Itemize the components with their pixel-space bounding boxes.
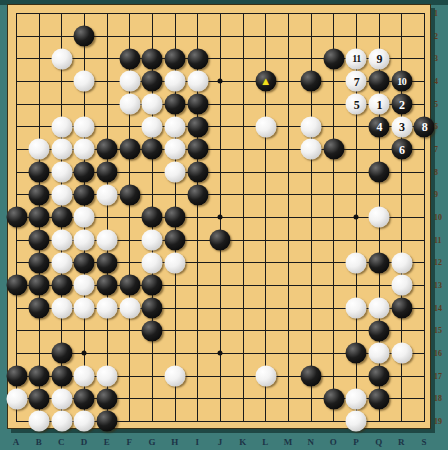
row-label: 12: [434, 258, 442, 267]
board-stone[interactable]: [369, 71, 390, 92]
board-stone[interactable]: [74, 162, 95, 183]
board-stone[interactable]: [51, 343, 72, 364]
board-stone[interactable]: [369, 207, 390, 228]
board-stone[interactable]: [346, 252, 367, 273]
board-stone[interactable]: 3: [391, 116, 412, 137]
board-stone[interactable]: 1: [369, 94, 390, 115]
board-stone[interactable]: [51, 184, 72, 205]
board-stone[interactable]: [51, 411, 72, 432]
board-stone[interactable]: [323, 139, 344, 160]
board-stone[interactable]: [346, 343, 367, 364]
board-stone[interactable]: [74, 275, 95, 296]
board-stone[interactable]: [51, 139, 72, 160]
column-label: C: [58, 437, 65, 447]
grid-line-vertical: [243, 13, 244, 422]
board-stone[interactable]: [97, 366, 118, 387]
go-diagram-screen: 119▲7105124386 ABCDEFGHIJKLMNOPQRS123456…: [0, 0, 448, 450]
column-label: D: [81, 437, 88, 447]
stone-number: 9: [376, 53, 382, 65]
board-stone[interactable]: [97, 298, 118, 319]
board-stone[interactable]: [301, 71, 322, 92]
board-stone[interactable]: [165, 252, 186, 273]
row-label: 7: [434, 144, 438, 153]
board-stone[interactable]: [391, 252, 412, 273]
board-stone[interactable]: 6: [391, 139, 412, 160]
grid-line-vertical: [424, 13, 425, 422]
board-stone[interactable]: [165, 207, 186, 228]
board-stone[interactable]: [119, 184, 140, 205]
column-label: I: [196, 437, 200, 447]
column-label: S: [421, 437, 426, 447]
board-stone[interactable]: [74, 388, 95, 409]
column-label: O: [330, 437, 337, 447]
board-stone[interactable]: [187, 184, 208, 205]
stone-number: 4: [376, 121, 382, 133]
board-stone[interactable]: 10: [391, 71, 412, 92]
row-label: 17: [434, 371, 442, 380]
board-stone[interactable]: [165, 162, 186, 183]
board-stone[interactable]: [142, 275, 163, 296]
board-stone[interactable]: [74, 230, 95, 251]
row-label: 16: [434, 348, 442, 357]
board-stone[interactable]: [142, 252, 163, 273]
row-label: 13: [434, 280, 442, 289]
column-label: N: [307, 437, 314, 447]
row-label: 14: [434, 303, 442, 312]
stone-number: 1: [376, 98, 382, 110]
row-label: 6: [434, 122, 438, 131]
board-stone[interactable]: [165, 230, 186, 251]
board-stone[interactable]: [165, 366, 186, 387]
board-stone[interactable]: [165, 116, 186, 137]
column-label: L: [262, 437, 268, 447]
go-board[interactable]: 119▲7105124386: [7, 4, 431, 429]
board-stone[interactable]: [6, 275, 27, 296]
column-label: J: [218, 437, 223, 447]
board-stone[interactable]: ▲: [255, 71, 276, 92]
board-stone[interactable]: [142, 207, 163, 228]
grid-line-vertical: [333, 13, 334, 422]
board-stone[interactable]: [97, 162, 118, 183]
board-stone[interactable]: 7: [346, 71, 367, 92]
board-stone[interactable]: 5: [346, 94, 367, 115]
row-label: 15: [434, 326, 442, 335]
board-stone[interactable]: [142, 94, 163, 115]
column-label: F: [127, 437, 133, 447]
board-stone[interactable]: [29, 139, 50, 160]
board-stone[interactable]: 11: [346, 48, 367, 69]
board-stone[interactable]: [29, 411, 50, 432]
board-stone[interactable]: [51, 388, 72, 409]
board-stone[interactable]: [142, 320, 163, 341]
board-stone[interactable]: [187, 116, 208, 137]
board-stone[interactable]: [74, 71, 95, 92]
board-stone[interactable]: [29, 207, 50, 228]
grid-line-horizontal: [16, 330, 425, 331]
board-stone[interactable]: [165, 139, 186, 160]
column-label: Q: [375, 437, 382, 447]
board-stone[interactable]: [187, 48, 208, 69]
stone-number: 11: [352, 54, 360, 64]
stone-number: 6: [399, 143, 405, 155]
board-stone[interactable]: [165, 94, 186, 115]
stone-number: 7: [354, 75, 360, 87]
board-stone[interactable]: [187, 139, 208, 160]
board-stone[interactable]: [97, 184, 118, 205]
board-stone[interactable]: [74, 411, 95, 432]
board-stone[interactable]: [119, 139, 140, 160]
board-stone[interactable]: [391, 275, 412, 296]
board-stone[interactable]: [74, 139, 95, 160]
board-stone[interactable]: [6, 388, 27, 409]
grid-line-vertical: [288, 13, 289, 422]
board-stone[interactable]: [391, 298, 412, 319]
row-label: 3: [434, 54, 438, 63]
board-stone[interactable]: [255, 366, 276, 387]
column-label: M: [284, 437, 293, 447]
star-point: [354, 215, 359, 220]
stone-number: 2: [399, 98, 405, 110]
board-stone[interactable]: [97, 139, 118, 160]
board-stone[interactable]: [301, 139, 322, 160]
board-stone[interactable]: [346, 411, 367, 432]
board-stone[interactable]: [165, 71, 186, 92]
board-stone[interactable]: [29, 252, 50, 273]
board-stone[interactable]: [369, 366, 390, 387]
board-stone[interactable]: [119, 275, 140, 296]
stone-number: 5: [354, 98, 360, 110]
star-point: [218, 215, 223, 220]
row-label: 19: [434, 416, 442, 425]
stone-number: 8: [422, 121, 428, 133]
board-stone[interactable]: [97, 252, 118, 273]
row-label: 9: [434, 190, 438, 199]
board-stone[interactable]: [119, 94, 140, 115]
star-point: [218, 351, 223, 356]
column-label: B: [36, 437, 42, 447]
row-label: 8: [434, 167, 438, 176]
board-stone[interactable]: [51, 207, 72, 228]
board-stone[interactable]: [51, 230, 72, 251]
row-label: 11: [434, 235, 442, 244]
board-stone[interactable]: [142, 116, 163, 137]
board-stone[interactable]: [29, 366, 50, 387]
board-stone[interactable]: [74, 207, 95, 228]
board-stone[interactable]: [74, 252, 95, 273]
row-label: 18: [434, 394, 442, 403]
board-stone[interactable]: [74, 116, 95, 137]
board-stone[interactable]: [369, 320, 390, 341]
board-stone[interactable]: [369, 252, 390, 273]
board-stone[interactable]: [51, 48, 72, 69]
stone-number: 10: [397, 76, 406, 86]
board-stone[interactable]: [142, 139, 163, 160]
row-label: 2: [434, 31, 438, 40]
board-stone[interactable]: [187, 94, 208, 115]
board-stone[interactable]: [255, 116, 276, 137]
board-stone[interactable]: [29, 388, 50, 409]
board-stone[interactable]: [97, 411, 118, 432]
board-stone[interactable]: [142, 71, 163, 92]
board-stone[interactable]: [323, 388, 344, 409]
board-stone[interactable]: [119, 298, 140, 319]
column-label: H: [171, 437, 178, 447]
board-stone[interactable]: 4: [369, 116, 390, 137]
row-label: 4: [434, 76, 438, 85]
column-label: A: [13, 437, 20, 447]
board-stone[interactable]: [97, 388, 118, 409]
board-stone[interactable]: [29, 184, 50, 205]
board-stone[interactable]: [346, 298, 367, 319]
board-stone[interactable]: [119, 48, 140, 69]
board-stone[interactable]: [119, 71, 140, 92]
board-stone[interactable]: [165, 48, 186, 69]
board-stone[interactable]: [369, 162, 390, 183]
stone-number: 3: [399, 121, 405, 133]
board-stone[interactable]: [51, 298, 72, 319]
board-stone[interactable]: [301, 116, 322, 137]
board-stone[interactable]: [97, 230, 118, 251]
board-stone[interactable]: [29, 275, 50, 296]
board-stone[interactable]: 2: [391, 94, 412, 115]
board-stone[interactable]: [210, 230, 231, 251]
board-stone[interactable]: [187, 71, 208, 92]
board-stone[interactable]: [369, 343, 390, 364]
row-label: 1: [434, 9, 438, 18]
star-point: [82, 351, 87, 356]
board-stone[interactable]: [51, 162, 72, 183]
board-stone[interactable]: [301, 366, 322, 387]
board-stone[interactable]: [51, 366, 72, 387]
board-stone[interactable]: [187, 162, 208, 183]
board-stone[interactable]: [74, 298, 95, 319]
board-stone[interactable]: [29, 162, 50, 183]
board-stone[interactable]: 8: [414, 116, 435, 137]
board-stone[interactable]: [6, 207, 27, 228]
board-stone[interactable]: [142, 230, 163, 251]
board-stone[interactable]: [323, 48, 344, 69]
board-stone[interactable]: [51, 252, 72, 273]
board-stone[interactable]: [369, 388, 390, 409]
column-label: P: [353, 437, 359, 447]
column-label: K: [239, 437, 246, 447]
board-stone[interactable]: [51, 275, 72, 296]
board-stone[interactable]: [74, 184, 95, 205]
column-label: R: [398, 437, 405, 447]
column-label: G: [148, 437, 155, 447]
row-label: 5: [434, 99, 438, 108]
row-label: 10: [434, 212, 442, 221]
board-stone[interactable]: [142, 298, 163, 319]
column-label: E: [104, 437, 110, 447]
board-stone[interactable]: [346, 388, 367, 409]
board-stone[interactable]: [391, 343, 412, 364]
board-stone[interactable]: [51, 116, 72, 137]
star-point: [218, 79, 223, 84]
board-stone[interactable]: [29, 230, 50, 251]
board-stone[interactable]: [369, 298, 390, 319]
board-stone[interactable]: [6, 366, 27, 387]
board-stone[interactable]: 9: [369, 48, 390, 69]
board-stone[interactable]: [29, 298, 50, 319]
board-stone[interactable]: [142, 48, 163, 69]
board-stone[interactable]: [74, 26, 95, 47]
board-stone[interactable]: [97, 275, 118, 296]
triangle-marker-icon: ▲: [260, 76, 271, 87]
board-stone[interactable]: [74, 366, 95, 387]
